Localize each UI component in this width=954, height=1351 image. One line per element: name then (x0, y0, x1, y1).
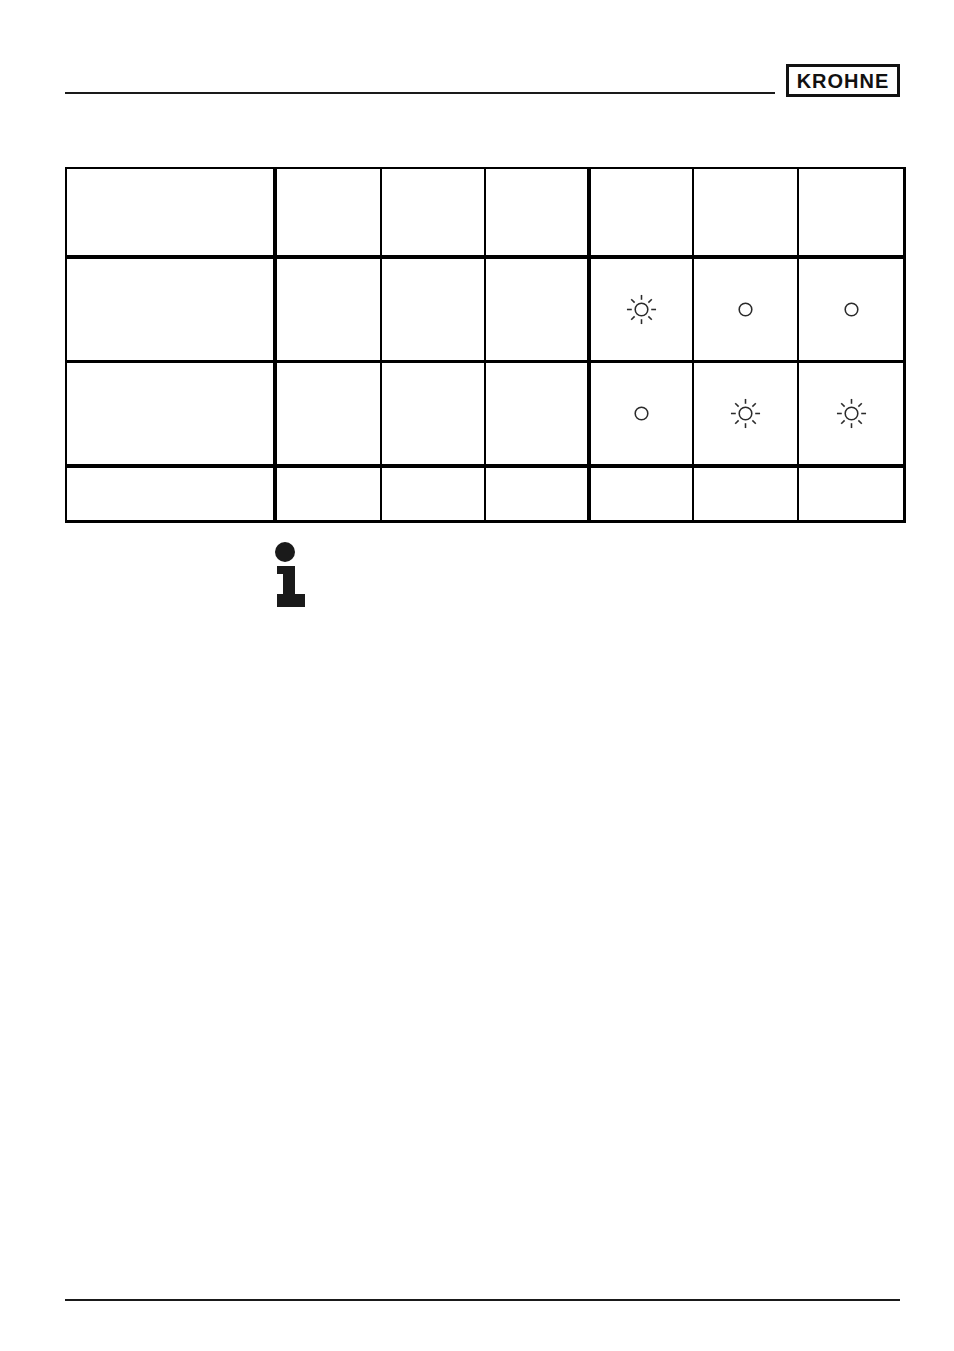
table-cell (694, 363, 799, 468)
table-cell (694, 468, 799, 520)
table-cell (486, 363, 591, 468)
table-cell (382, 363, 486, 468)
table-cell (277, 169, 382, 259)
table-cell (486, 259, 591, 363)
table-cell (486, 169, 591, 259)
table-cell (799, 468, 903, 520)
table-cell (591, 363, 694, 468)
sun-icon (729, 397, 762, 430)
sun-icon (835, 397, 868, 430)
table-cell (591, 468, 694, 520)
table-cell (591, 259, 694, 363)
sun-icon (625, 293, 658, 326)
header-rule (65, 92, 775, 94)
table-cell (694, 259, 799, 363)
table-cell (67, 169, 277, 259)
info-icon (272, 541, 308, 609)
logo-text: KROHNE (797, 70, 890, 90)
table-cell (799, 259, 903, 363)
table-cell (277, 259, 382, 363)
table-cell (799, 363, 903, 468)
table-cell (277, 363, 382, 468)
circle-icon (835, 293, 868, 326)
circle-icon (625, 397, 658, 430)
table-cell (694, 169, 799, 259)
circle-icon (729, 293, 762, 326)
table-cell (67, 363, 277, 468)
footer-rule (65, 1299, 900, 1301)
table-cell (799, 169, 903, 259)
table-cell (67, 468, 277, 520)
table-cell (382, 259, 486, 363)
table-cell (591, 169, 694, 259)
indication-table (65, 167, 906, 523)
table-cell (382, 169, 486, 259)
info-icon (272, 541, 308, 609)
document-page: KROHNE (0, 0, 954, 1351)
table-cell (382, 468, 486, 520)
table-cell (67, 259, 277, 363)
table-cell (277, 468, 382, 520)
krohne-logo: KROHNE (786, 64, 900, 97)
table-cell (486, 468, 591, 520)
